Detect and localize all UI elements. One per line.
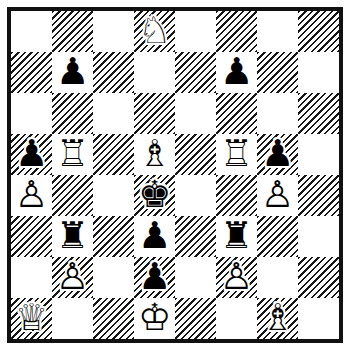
square-g6[interactable] xyxy=(257,93,298,134)
chess-board: ♞♘♟♟♟♜♖♝♗♜♖♟♟♙♚♟♙♜♟♜♟♙♟♟♙♛♕♚♔♝♗ xyxy=(11,11,339,339)
square-h4[interactable] xyxy=(298,175,339,216)
square-f8[interactable] xyxy=(216,11,257,52)
square-h8[interactable] xyxy=(298,11,339,52)
board-frame: ♞♘♟♟♟♜♖♝♗♜♖♟♟♙♚♟♙♜♟♜♟♙♟♟♙♛♕♚♔♝♗ xyxy=(7,7,343,343)
square-e4[interactable] xyxy=(175,175,216,216)
square-h7[interactable] xyxy=(298,52,339,93)
square-c4[interactable] xyxy=(93,175,134,216)
square-c5[interactable] xyxy=(93,134,134,175)
square-b5[interactable]: ♜♖ xyxy=(52,134,93,175)
square-f7[interactable]: ♟ xyxy=(216,52,257,93)
white-bishop-piece: ♝♗ xyxy=(134,134,175,175)
white-pawn-piece: ♟♙ xyxy=(11,175,52,216)
square-d5[interactable]: ♝♗ xyxy=(134,134,175,175)
square-c6[interactable] xyxy=(93,93,134,134)
square-d1[interactable]: ♚♔ xyxy=(134,298,175,339)
black-pawn-piece: ♟ xyxy=(52,52,93,93)
square-e1[interactable] xyxy=(175,298,216,339)
black-pawn-piece: ♟ xyxy=(134,257,175,298)
square-a8[interactable] xyxy=(11,11,52,52)
square-h1[interactable] xyxy=(298,298,339,339)
white-pawn-piece: ♟♙ xyxy=(52,257,93,298)
square-d7[interactable] xyxy=(134,52,175,93)
square-a1[interactable]: ♛♕ xyxy=(11,298,52,339)
square-d8[interactable]: ♞♘ xyxy=(134,11,175,52)
square-a5[interactable]: ♟ xyxy=(11,134,52,175)
square-d6[interactable] xyxy=(134,93,175,134)
square-b3[interactable]: ♜ xyxy=(52,216,93,257)
square-h5[interactable] xyxy=(298,134,339,175)
square-b4[interactable] xyxy=(52,175,93,216)
square-e3[interactable] xyxy=(175,216,216,257)
square-g2[interactable] xyxy=(257,257,298,298)
square-d2[interactable]: ♟ xyxy=(134,257,175,298)
black-rook-piece: ♜ xyxy=(216,216,257,257)
white-rook-piece: ♜♖ xyxy=(216,134,257,175)
white-pawn-piece: ♟♙ xyxy=(257,175,298,216)
square-f2[interactable]: ♟♙ xyxy=(216,257,257,298)
square-b7[interactable]: ♟ xyxy=(52,52,93,93)
square-a2[interactable] xyxy=(11,257,52,298)
square-a4[interactable]: ♟♙ xyxy=(11,175,52,216)
square-b2[interactable]: ♟♙ xyxy=(52,257,93,298)
square-c2[interactable] xyxy=(93,257,134,298)
black-pawn-piece: ♟ xyxy=(134,216,175,257)
square-h6[interactable] xyxy=(298,93,339,134)
square-b1[interactable] xyxy=(52,298,93,339)
square-c7[interactable] xyxy=(93,52,134,93)
square-g4[interactable]: ♟♙ xyxy=(257,175,298,216)
square-c8[interactable] xyxy=(93,11,134,52)
square-h3[interactable] xyxy=(298,216,339,257)
square-d3[interactable]: ♟ xyxy=(134,216,175,257)
square-f5[interactable]: ♜♖ xyxy=(216,134,257,175)
black-pawn-piece: ♟ xyxy=(11,134,52,175)
square-b8[interactable] xyxy=(52,11,93,52)
square-f4[interactable] xyxy=(216,175,257,216)
black-pawn-piece: ♟ xyxy=(216,52,257,93)
square-g8[interactable] xyxy=(257,11,298,52)
square-f6[interactable] xyxy=(216,93,257,134)
square-e5[interactable] xyxy=(175,134,216,175)
square-c1[interactable] xyxy=(93,298,134,339)
square-g3[interactable] xyxy=(257,216,298,257)
square-a7[interactable] xyxy=(11,52,52,93)
square-b6[interactable] xyxy=(52,93,93,134)
black-king-piece: ♚ xyxy=(134,175,175,216)
black-pawn-piece: ♟ xyxy=(257,134,298,175)
white-rook-piece: ♜♖ xyxy=(52,134,93,175)
square-e8[interactable] xyxy=(175,11,216,52)
white-knight-piece: ♞♘ xyxy=(134,11,175,52)
square-g5[interactable]: ♟ xyxy=(257,134,298,175)
square-g1[interactable]: ♝♗ xyxy=(257,298,298,339)
square-e7[interactable] xyxy=(175,52,216,93)
white-king-piece: ♚♔ xyxy=(134,298,175,339)
square-f3[interactable]: ♜ xyxy=(216,216,257,257)
square-e2[interactable] xyxy=(175,257,216,298)
square-a6[interactable] xyxy=(11,93,52,134)
square-d4[interactable]: ♚ xyxy=(134,175,175,216)
square-e6[interactable] xyxy=(175,93,216,134)
square-f1[interactable] xyxy=(216,298,257,339)
white-bishop-piece: ♝♗ xyxy=(257,298,298,339)
square-a3[interactable] xyxy=(11,216,52,257)
square-g7[interactable] xyxy=(257,52,298,93)
square-c3[interactable] xyxy=(93,216,134,257)
white-pawn-piece: ♟♙ xyxy=(216,257,257,298)
white-queen-piece: ♛♕ xyxy=(11,298,52,339)
square-h2[interactable] xyxy=(298,257,339,298)
black-rook-piece: ♜ xyxy=(52,216,93,257)
